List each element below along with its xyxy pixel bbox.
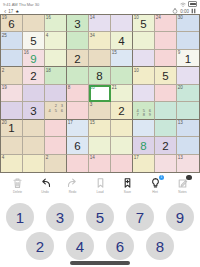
numpad-7-button[interactable]: 7: [126, 203, 154, 231]
cage-sum-clue: 2: [2, 68, 4, 73]
cage-sum-clue: 2: [46, 155, 48, 160]
cell-r6c1[interactable]: [1, 102, 23, 119]
cell-r5c8[interactable]: [155, 85, 177, 102]
cell-r9c4[interactable]: [67, 155, 89, 172]
cell-r6c2[interactable]: 3: [23, 102, 45, 119]
cage-sum-clue: 14: [90, 155, 95, 160]
cell-r6c6[interactable]: 2: [111, 102, 133, 119]
cell-r9c3[interactable]: 2: [45, 155, 67, 172]
numpad-5-button[interactable]: 5: [86, 203, 114, 231]
cell-r1c8[interactable]: 24: [155, 15, 177, 32]
cage-sum-clue: 18: [46, 68, 51, 73]
cell-r1c9[interactable]: 30: [177, 15, 199, 32]
notes-button[interactable]: Notes: [173, 176, 193, 194]
numpad-2-button[interactable]: 2: [26, 232, 54, 260]
cell-r7c6[interactable]: [111, 120, 133, 137]
cell-r2c7[interactable]: [133, 32, 155, 49]
cell-r6c8[interactable]: [155, 102, 177, 119]
wifi-icon: [180, 2, 186, 7]
cell-r4c4[interactable]: [67, 67, 89, 84]
cage-sum-clue: 15: [112, 50, 117, 55]
cell-r5c7[interactable]: [133, 85, 155, 102]
cell-digit: 1: [1, 120, 22, 136]
cell-r2c9[interactable]: [177, 32, 199, 49]
delete-icon: [11, 176, 24, 189]
cell-digit: 3: [23, 102, 44, 118]
cell-r3c3[interactable]: [45, 50, 67, 67]
cell-r1c1[interactable]: 196: [1, 15, 23, 32]
delete-label: Delete: [13, 190, 22, 194]
cell-r8c5[interactable]: [89, 137, 111, 154]
cell-r5c6[interactable]: 21: [111, 85, 133, 102]
cell-digit: 1: [177, 50, 199, 66]
cell-r1c7[interactable]: 105: [133, 15, 155, 32]
undo-button[interactable]: Undo: [35, 176, 55, 194]
cell-r1c5[interactable]: 14: [89, 15, 111, 32]
cell-r6c3[interactable]: 23456: [45, 102, 67, 119]
cell-r1c2[interactable]: [23, 15, 45, 32]
cell-r6c5[interactable]: 3: [89, 102, 111, 119]
cell-r7c1[interactable]: 201: [1, 120, 23, 137]
cage-sum-clue: 17: [134, 155, 139, 160]
cell-digit: 4: [111, 32, 132, 48]
cell-r3c2[interactable]: 169: [23, 50, 45, 67]
cage-sum-clue: 25: [2, 33, 7, 38]
redo-label: Redo: [69, 190, 77, 194]
cell-r5c4[interactable]: 8: [67, 85, 89, 102]
cage-sum-clue: 3: [90, 102, 92, 107]
cell-r4c6[interactable]: [111, 67, 133, 84]
cage-sum-clue: 4: [2, 155, 4, 160]
cell-r7c2[interactable]: [23, 120, 45, 137]
cell-digit: 3: [67, 15, 88, 31]
cell-r3c8[interactable]: [155, 50, 177, 67]
toolbar: DeleteUndoRedoLoadSave1HintNotes: [0, 174, 200, 200]
cell-r7c4[interactable]: 17: [67, 120, 89, 137]
cell-digit: 6: [67, 137, 88, 153]
cell-digit: 8: [133, 137, 154, 153]
undo-label: Undo: [41, 190, 49, 194]
cell-r5c9[interactable]: 20: [177, 85, 199, 102]
load-label: Load: [96, 190, 103, 194]
cell-r7c9[interactable]: 13: [177, 120, 199, 137]
timer-text: 0:00: [180, 9, 189, 14]
cell-digit: 2: [155, 137, 176, 153]
cell-r2c3[interactable]: 4: [45, 32, 67, 49]
cell-r3c5[interactable]: [89, 50, 111, 67]
cage-sum-clue: 24: [156, 15, 161, 20]
star-icon: ★: [15, 9, 19, 14]
cell-r2c5[interactable]: 34: [89, 32, 111, 49]
cage-sum-clue: 21: [112, 85, 117, 90]
cell-r4c9[interactable]: [177, 67, 199, 84]
cell-r5c1[interactable]: 19: [1, 85, 23, 102]
cell-digit: 2: [111, 102, 132, 118]
cell-r1c4[interactable]: 3: [67, 15, 89, 32]
cage-sum-clue: 17: [68, 120, 73, 125]
cell-r1c6[interactable]: [111, 15, 133, 32]
cell-digit: 5: [155, 67, 176, 83]
cell-r2c4[interactable]: [67, 32, 89, 49]
hint-label: Hint: [152, 190, 158, 194]
numpad-1-button[interactable]: 1: [6, 203, 34, 231]
save-icon: [121, 176, 134, 189]
cell-r3c6[interactable]: 15: [111, 50, 133, 67]
cage-sum-clue: 20: [178, 85, 183, 90]
home-indicator[interactable]: [70, 261, 130, 265]
save-button[interactable]: Save: [118, 176, 138, 194]
hint-badge: 1: [159, 175, 165, 180]
notes-label: Notes: [178, 190, 186, 194]
cell-r8c1[interactable]: [1, 137, 23, 154]
cage-sum-clue: 30: [178, 15, 183, 20]
delete-button[interactable]: Delete: [8, 176, 28, 194]
cage-sum-clue: 13: [178, 120, 183, 125]
cell-digit: 2: [23, 67, 44, 83]
cell-r3c1[interactable]: [1, 50, 23, 67]
status-time: 9:41 AM Thu Mar 30: [3, 2, 39, 7]
cell-r7c7[interactable]: [133, 120, 155, 137]
status-bar: 9:41 AM Thu Mar 30: [0, 0, 200, 8]
cell-r9c1[interactable]: 4: [1, 155, 23, 172]
cell-r4c3[interactable]: 18: [45, 67, 67, 84]
cage-sum-clue: 10: [134, 68, 139, 73]
numpad-3-button[interactable]: 3: [46, 203, 74, 231]
cell-r3c4[interactable]: 2: [67, 50, 89, 67]
cell-r8c7[interactable]: 8: [133, 137, 155, 154]
undo-icon: [39, 176, 52, 189]
cell-digit: 9: [23, 50, 44, 66]
load-button[interactable]: Load: [90, 176, 110, 194]
cell-r5c2[interactable]: [23, 85, 45, 102]
load-icon: [94, 176, 107, 189]
redo-button[interactable]: Redo: [63, 176, 83, 194]
cell-r5c5[interactable]: 20: [89, 85, 111, 102]
cell-r9c5[interactable]: 14: [89, 155, 111, 172]
cell-r4c5[interactable]: 8: [89, 67, 111, 84]
cage-sum-clue: 19: [2, 85, 7, 90]
level-number: 17: [8, 9, 13, 14]
cell-r4c2[interactable]: 2: [23, 67, 45, 84]
notes-badge: [186, 175, 192, 180]
back-button[interactable]: ‹: [4, 9, 6, 14]
cell-r8c9[interactable]: [177, 137, 199, 154]
cell-r2c6[interactable]: 4: [111, 32, 133, 49]
cell-r2c8[interactable]: [155, 32, 177, 49]
cell-r8c8[interactable]: 2: [155, 137, 177, 154]
cell-r6c9[interactable]: [177, 102, 199, 119]
cell-r9c6[interactable]: [111, 155, 133, 172]
cell-r9c2[interactable]: [23, 155, 45, 172]
cell-r9c8[interactable]: [155, 155, 177, 172]
cell-r7c3[interactable]: [45, 120, 67, 137]
cell-digit: 6: [1, 15, 22, 31]
numpad-8-button[interactable]: 8: [146, 232, 174, 260]
cell-r3c7[interactable]: [133, 50, 155, 67]
cell-digit: 2: [67, 50, 88, 66]
cell-r8c6[interactable]: [111, 137, 133, 154]
cage-sum-clue: 20: [90, 85, 95, 90]
numpad-9-button[interactable]: 9: [166, 203, 194, 231]
cell-r6c4[interactable]: [67, 102, 89, 119]
numpad-6-button[interactable]: 6: [106, 232, 134, 260]
save-label: Save: [124, 190, 131, 194]
cell-r4c8[interactable]: 5: [155, 67, 177, 84]
board: 1961631410524302554344169215912218810519…: [0, 14, 200, 173]
cell-r8c4[interactable]: 6: [67, 137, 89, 154]
cell-digit: 5: [133, 15, 154, 31]
cell-r1c3[interactable]: 16: [45, 15, 67, 32]
cell-r7c5[interactable]: 15: [89, 120, 111, 137]
cage-sum-clue: 16: [46, 15, 51, 20]
cage-sum-clue: 14: [90, 15, 95, 20]
hint-button[interactable]: 1Hint: [145, 176, 165, 194]
pencil-notes: 456789: [135, 104, 154, 118]
cell-r7c8[interactable]: [155, 120, 177, 137]
cell-r3c9[interactable]: 91: [177, 50, 199, 67]
cage-sum-clue: 15: [90, 120, 95, 125]
cell-r5c3[interactable]: [45, 85, 67, 102]
cage-sum-clue: 13: [178, 155, 183, 160]
cell-r8c2[interactable]: [23, 137, 45, 154]
numpad-4-button[interactable]: 4: [66, 232, 94, 260]
cell-r9c7[interactable]: 17: [133, 155, 155, 172]
cell-digit: 8: [89, 67, 110, 83]
cell-r2c1[interactable]: 25: [1, 32, 23, 49]
cell-r9c9[interactable]: 13: [177, 155, 199, 172]
cell-r4c1[interactable]: 2: [1, 67, 23, 84]
cell-r2c2[interactable]: 5: [23, 32, 45, 49]
redo-icon: [66, 176, 79, 189]
cage-sum-clue: 8: [68, 85, 70, 90]
cell-r8c3[interactable]: [45, 137, 67, 154]
battery-icon: [188, 1, 197, 7]
cell-r4c7[interactable]: 10: [133, 67, 155, 84]
cell-r6c7[interactable]: 456789: [133, 102, 155, 119]
cell-digit: 5: [23, 32, 44, 48]
cage-sum-clue: 4: [46, 33, 48, 38]
pencil-notes: 23456: [47, 104, 66, 118]
cage-sum-clue: 34: [90, 33, 95, 38]
